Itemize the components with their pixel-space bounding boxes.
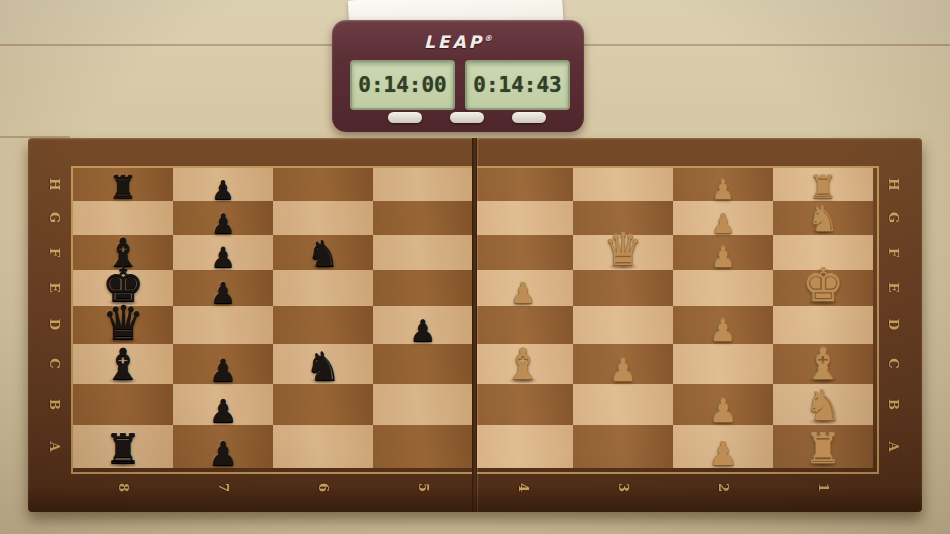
white-pawn-e4[interactable]: ♟: [510, 279, 536, 308]
white-knight-b1[interactable]: ♞: [804, 385, 842, 427]
square-b5[interactable]: [373, 384, 473, 425]
file-label-right-A: A: [886, 438, 901, 454]
white-bishop-c4[interactable]: ♝: [504, 343, 543, 386]
white-queen-f3[interactable]: ♛: [603, 228, 642, 272]
white-pawn-d2[interactable]: ♟: [710, 316, 737, 346]
square-a5[interactable]: [373, 425, 473, 468]
chess-board: 87654321HHGGFFEEDDCCBBAA ♜♝♛♚♝♜♟♟♟♟♟♟♟♞♞…: [28, 138, 922, 512]
board-hinge: [472, 138, 477, 512]
white-pawn-h2[interactable]: ♟: [711, 177, 734, 203]
file-label-left-D: D: [47, 317, 62, 333]
black-knight-f6[interactable]: ♞: [307, 236, 339, 272]
file-label-left-C: C: [47, 356, 62, 372]
square-h5[interactable]: [373, 168, 473, 201]
square-b6[interactable]: [273, 384, 373, 425]
black-pawn-c7[interactable]: ♟: [209, 355, 237, 386]
clock-brand-label: LEAP®: [332, 32, 584, 52]
white-pawn-g2[interactable]: ♟: [711, 210, 735, 237]
square-a4[interactable]: [473, 425, 573, 468]
black-pawn-h7[interactable]: ♟: [211, 177, 234, 203]
rank-label-7: 7: [216, 480, 231, 496]
file-label-left-B: B: [47, 396, 62, 412]
white-rook-a1[interactable]: ♜: [805, 429, 842, 470]
white-pawn-f2[interactable]: ♟: [710, 244, 735, 272]
square-g6[interactable]: [273, 201, 373, 235]
black-rook-h8[interactable]: ♜: [109, 171, 138, 203]
white-time: 0:14:43: [473, 73, 562, 97]
file-label-right-F: F: [886, 244, 901, 260]
black-pawn-b7[interactable]: ♟: [209, 395, 238, 427]
square-d6[interactable]: [273, 306, 373, 344]
clock-button-right[interactable]: [512, 112, 546, 123]
clock-display-white: 0:14:43: [465, 60, 570, 110]
square-b8[interactable]: [73, 384, 173, 425]
file-label-right-C: C: [886, 356, 901, 372]
black-rook-a8[interactable]: ♜: [105, 429, 142, 470]
square-a6[interactable]: [273, 425, 373, 468]
black-pawn-e7[interactable]: ♟: [210, 279, 236, 308]
file-label-left-F: F: [47, 244, 62, 260]
square-c5[interactable]: [373, 344, 473, 384]
rank-label-5: 5: [416, 480, 431, 496]
black-pawn-f7[interactable]: ♟: [210, 244, 235, 272]
file-label-left-G: G: [47, 210, 62, 226]
file-label-left-H: H: [47, 176, 62, 192]
rank-label-3: 3: [616, 480, 631, 496]
photo-scene: LEAP® 0:14:00 0:14:43 87654321HHGGFFEEDD…: [0, 0, 950, 534]
file-label-left-A: A: [47, 438, 62, 454]
black-time: 0:14:00: [358, 73, 447, 97]
square-d3[interactable]: [573, 306, 673, 344]
square-f5[interactable]: [373, 235, 473, 270]
black-knight-c6[interactable]: ♞: [305, 346, 341, 386]
square-b3[interactable]: [573, 384, 673, 425]
square-b4[interactable]: [473, 384, 573, 425]
square-e6[interactable]: [273, 270, 373, 306]
square-g4[interactable]: [473, 201, 573, 235]
rank-label-2: 2: [716, 480, 731, 496]
black-bishop-c8[interactable]: ♝: [104, 343, 143, 386]
white-pawn-c3[interactable]: ♟: [609, 355, 637, 386]
square-g5[interactable]: [373, 201, 473, 235]
white-pawn-b2[interactable]: ♟: [709, 395, 738, 427]
white-pawn-a2[interactable]: ♟: [708, 437, 738, 470]
black-pawn-g7[interactable]: ♟: [211, 210, 235, 237]
clock-button-mode[interactable]: [450, 112, 484, 123]
chess-clock: LEAP® 0:14:00 0:14:43: [332, 20, 584, 132]
file-label-left-E: E: [47, 280, 62, 296]
rank-label-8: 8: [116, 480, 131, 496]
board-front-edge: [28, 486, 922, 512]
square-e2[interactable]: [673, 270, 773, 306]
square-h6[interactable]: [273, 168, 373, 201]
rank-label-1: 1: [816, 480, 831, 496]
square-a3[interactable]: [573, 425, 673, 468]
square-h4[interactable]: [473, 168, 573, 201]
white-bishop-c1[interactable]: ♝: [804, 343, 843, 386]
square-d7[interactable]: [173, 306, 273, 344]
black-pawn-d5[interactable]: ♟: [410, 316, 437, 346]
file-label-right-G: G: [886, 210, 901, 226]
rank-label-4: 4: [516, 480, 531, 496]
square-h3[interactable]: [573, 168, 673, 201]
white-knight-g1[interactable]: ♞: [807, 202, 838, 237]
file-label-right-E: E: [886, 280, 901, 296]
clock-button-left[interactable]: [388, 112, 422, 123]
rank-label-6: 6: [316, 480, 331, 496]
square-e3[interactable]: [573, 270, 673, 306]
registered-trademark-icon: ®: [484, 34, 492, 43]
black-pawn-a7[interactable]: ♟: [208, 437, 238, 470]
file-label-right-D: D: [886, 317, 901, 333]
square-c2[interactable]: [673, 344, 773, 384]
file-label-right-H: H: [886, 176, 901, 192]
file-label-right-B: B: [886, 396, 901, 412]
square-e5[interactable]: [373, 270, 473, 306]
clock-display-black: 0:14:00: [350, 60, 455, 110]
white-king-e1[interactable]: ♚: [802, 261, 844, 308]
square-f4[interactable]: [473, 235, 573, 270]
